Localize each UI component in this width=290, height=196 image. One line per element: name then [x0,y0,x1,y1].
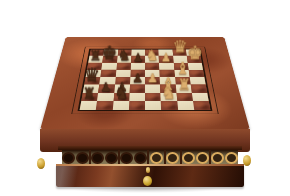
drawer-storage-tray [62,150,238,165]
square-a6[interactable] [112,101,129,110]
drawer-slot-3 [118,150,147,165]
square-a2[interactable] [177,101,194,110]
square-a7[interactable] [96,101,113,110]
stored-piece-base-dark[interactable] [134,152,147,164]
drawer-slot-4 [147,150,164,165]
brass-foot-right [243,155,251,166]
square-b8[interactable]: ♜ [81,93,98,101]
square-b6[interactable]: ♞ [113,93,129,101]
stored-piece-base-light[interactable] [166,152,179,164]
square-a5[interactable] [129,101,145,110]
drawer-slot-7 [209,150,238,165]
piece-white-N-b3[interactable]: ♞ [155,84,182,101]
stored-piece-base-dark[interactable] [91,152,104,164]
stored-piece-base-dark[interactable] [76,152,89,164]
square-f6[interactable] [116,63,131,70]
square-b1[interactable] [192,93,209,101]
stored-piece-base-light[interactable] [182,152,195,164]
drawer-slot-5 [164,150,181,165]
square-f4[interactable] [145,63,159,70]
drawer-knob[interactable] [142,167,153,188]
stored-piece-base-dark[interactable] [62,152,75,164]
square-a4[interactable] [145,101,161,110]
piece-black-R-b8[interactable]: ♜ [76,85,103,101]
brass-foot-left [37,158,45,169]
square-a3[interactable] [161,101,178,110]
square-b3[interactable]: ♞ [161,93,177,101]
chess-set-scene: ♛♜♚♞♟♞♟♚♝♛♟♟♟♟♝♜♜♞♞ [0,0,290,196]
square-a1[interactable] [193,101,211,110]
stored-piece-base-light[interactable] [150,152,163,164]
knob-ball [143,176,152,186]
knob-stem [146,167,150,173]
stored-piece-base-light[interactable] [225,152,238,164]
ground-shadow [70,186,220,193]
box-lid: ♛♜♚♞♟♞♟♚♝♛♟♟♟♟♝♜♜♞♞ [40,37,250,130]
drawer-slot-1 [62,150,89,165]
stored-piece-base-dark[interactable] [120,152,133,164]
stored-piece-base-light[interactable] [211,152,224,164]
chess-board: ♛♜♚♞♟♞♟♚♝♛♟♟♟♟♝♜♜♞♞ [78,49,213,111]
square-a8[interactable] [80,101,98,110]
stored-piece-base-dark[interactable] [105,152,118,164]
drawer-slot-6 [180,150,209,165]
piece-black-N-b6[interactable]: ♞ [108,84,135,101]
drawer-slot-2 [89,150,118,165]
square-f5[interactable] [131,63,145,70]
stored-piece-base-light[interactable] [196,152,209,164]
